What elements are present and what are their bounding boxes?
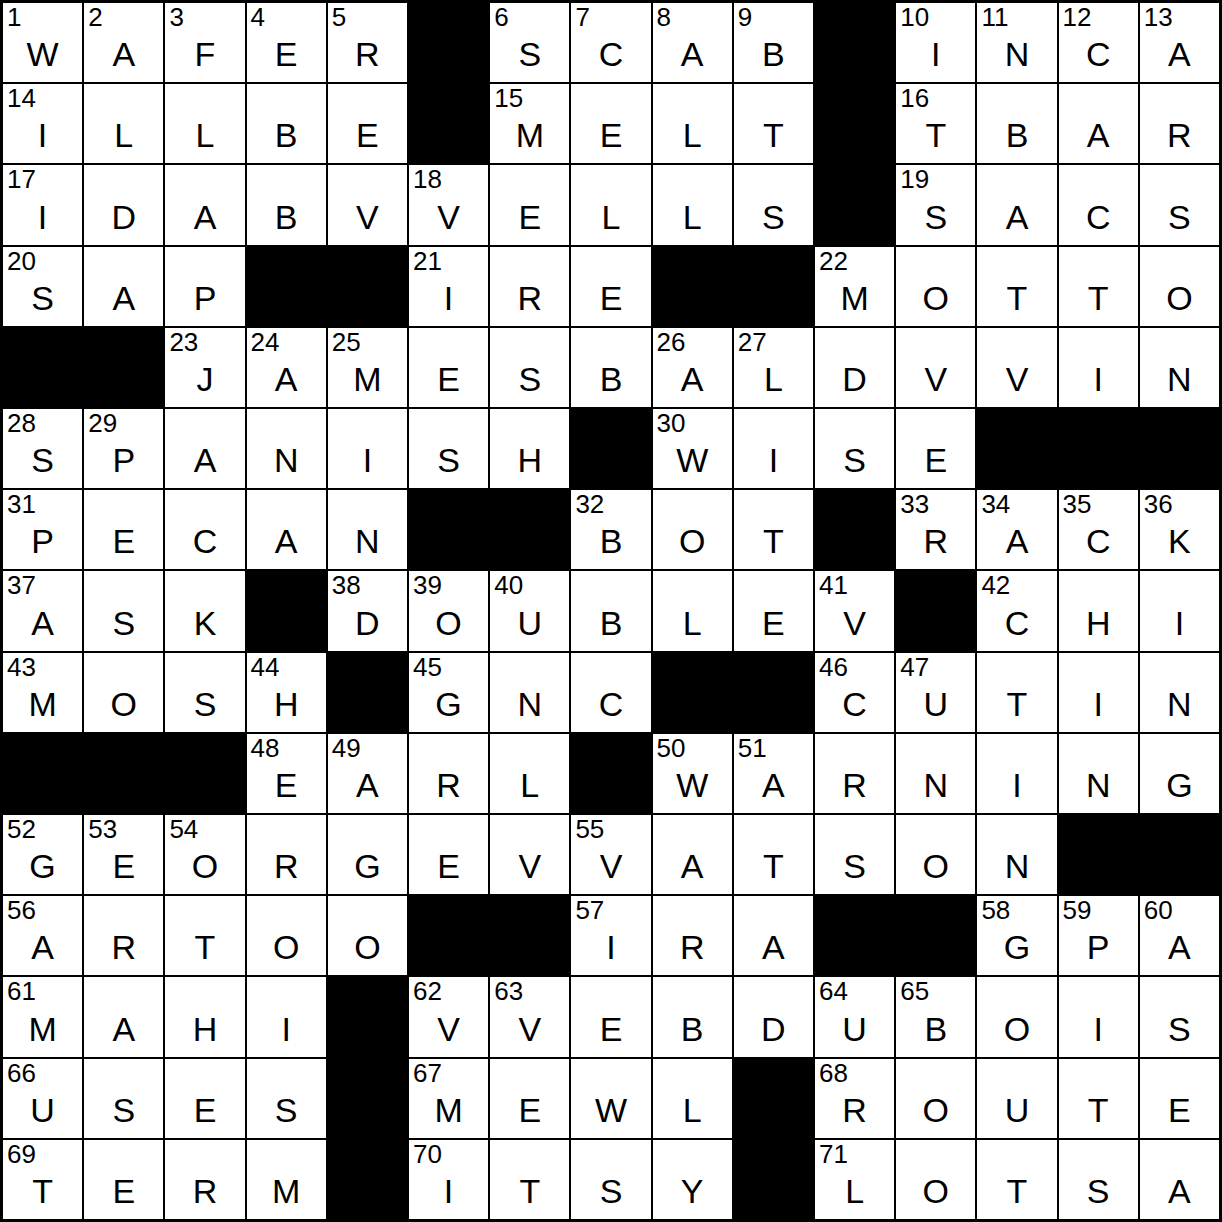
cell-letter: B [571, 606, 650, 640]
cell-letter: T [165, 930, 244, 964]
block-r13c5 [328, 977, 407, 1056]
cell-r6c4[interactable]: N [247, 409, 326, 488]
cell-r3c9[interactable]: L [653, 165, 732, 244]
cell-r6c10[interactable]: I [734, 409, 813, 488]
cell-r15c1[interactable]: 69T [3, 1140, 82, 1219]
cell-r13c11[interactable]: 64U [815, 977, 894, 1056]
cell-r5c3[interactable]: 23J [165, 328, 244, 407]
cell-r2c2[interactable]: L [84, 84, 163, 163]
cell-r13c6[interactable]: 62V [409, 977, 488, 1056]
cell-letter: R [490, 281, 569, 315]
clue-number: 60 [1144, 897, 1173, 923]
clue-number: 7 [575, 4, 589, 30]
cell-r15c4[interactable]: M [247, 1140, 326, 1219]
cell-letter: T [734, 849, 813, 883]
cell-r7c12[interactable]: 33R [896, 490, 975, 569]
cell-r9c4[interactable]: 44H [247, 653, 326, 732]
cell-letter: I [1059, 362, 1138, 396]
block-r12c6 [409, 896, 488, 975]
block-r4c4 [247, 247, 326, 326]
cell-r13c13[interactable]: O [977, 977, 1056, 1056]
cell-r15c3[interactable]: R [165, 1140, 244, 1219]
cell-r1c1[interactable]: 1W [3, 3, 82, 82]
cell-letter: O [165, 849, 244, 883]
cell-letter: V [815, 606, 894, 640]
cell-r7c4[interactable]: A [247, 490, 326, 569]
block-r12c7 [490, 896, 569, 975]
cell-r9c3[interactable]: S [165, 653, 244, 732]
clue-number: 42 [981, 572, 1010, 598]
cell-letter: A [1140, 930, 1219, 964]
cell-r9c14[interactable]: I [1059, 653, 1138, 732]
cell-letter: V [896, 362, 975, 396]
block-r6c15 [1140, 409, 1219, 488]
block-r9c9 [653, 653, 732, 732]
block-r4c9 [653, 247, 732, 326]
clue-number: 10 [900, 4, 929, 30]
cell-letter: N [896, 768, 975, 802]
cell-letter: C [977, 606, 1056, 640]
cell-r12c13[interactable]: 58G [977, 896, 1056, 975]
cell-r6c3[interactable]: A [165, 409, 244, 488]
cell-letter: T [977, 687, 1056, 721]
cell-r14c2[interactable]: S [84, 1059, 163, 1138]
cell-r15c12[interactable]: O [896, 1140, 975, 1219]
cell-r8c8[interactable]: B [571, 571, 650, 650]
cell-r14c14[interactable]: T [1059, 1059, 1138, 1138]
cell-r13c4[interactable]: I [247, 977, 326, 1056]
cell-r12c15[interactable]: 60A [1140, 896, 1219, 975]
cell-letter: J [165, 362, 244, 396]
cell-r1c10[interactable]: 9B [734, 3, 813, 82]
cell-letter: E [571, 281, 650, 315]
cell-r15c8[interactable]: S [571, 1140, 650, 1219]
clue-number: 14 [7, 85, 36, 111]
cell-letter: T [734, 118, 813, 152]
cell-letter: I [247, 1012, 326, 1046]
cell-letter: A [165, 443, 244, 477]
cell-letter: A [84, 37, 163, 71]
clue-number: 27 [738, 329, 767, 355]
cell-letter: P [1059, 930, 1138, 964]
cell-r1c3[interactable]: 3F [165, 3, 244, 82]
cell-r14c8[interactable]: W [571, 1059, 650, 1138]
cell-letter: L [653, 200, 732, 234]
cell-r12c4[interactable]: O [247, 896, 326, 975]
cell-r7c9[interactable]: O [653, 490, 732, 569]
block-r2c6 [409, 84, 488, 163]
cell-letter: T [3, 1174, 82, 1208]
cell-r4c2[interactable]: A [84, 247, 163, 326]
cell-r13c9[interactable]: B [653, 977, 732, 1056]
cell-r10c9[interactable]: 50W [653, 734, 732, 813]
cell-r1c7[interactable]: 6S [490, 3, 569, 82]
cell-letter: S [734, 200, 813, 234]
cell-r7c15[interactable]: 36K [1140, 490, 1219, 569]
cell-letter: V [328, 200, 407, 234]
cell-r8c11[interactable]: 41V [815, 571, 894, 650]
cell-letter: R [247, 849, 326, 883]
cell-r15c2[interactable]: E [84, 1140, 163, 1219]
cell-r2c5[interactable]: E [328, 84, 407, 163]
cell-letter: G [3, 849, 82, 883]
cell-r1c14[interactable]: 12C [1059, 3, 1138, 82]
cell-r1c4[interactable]: 4E [247, 3, 326, 82]
block-r7c11 [815, 490, 894, 569]
cell-r1c12[interactable]: 10I [896, 3, 975, 82]
clue-number: 54 [169, 816, 198, 842]
cell-letter: O [247, 930, 326, 964]
cell-r8c7[interactable]: 40U [490, 571, 569, 650]
cell-r2c4[interactable]: B [247, 84, 326, 163]
cell-r14c13[interactable]: U [977, 1059, 1056, 1138]
cell-letter: L [653, 606, 732, 640]
cell-r9c1[interactable]: 43M [3, 653, 82, 732]
cell-r9c7[interactable]: N [490, 653, 569, 732]
clue-number: 43 [7, 654, 36, 680]
cell-r10c12[interactable]: N [896, 734, 975, 813]
cell-letter: N [247, 443, 326, 477]
cell-r4c15[interactable]: O [1140, 247, 1219, 326]
cell-r10c14[interactable]: N [1059, 734, 1138, 813]
cell-r13c10[interactable]: D [734, 977, 813, 1056]
cell-r11c10[interactable]: T [734, 815, 813, 894]
cell-letter: C [815, 687, 894, 721]
cell-r4c13[interactable]: T [977, 247, 1056, 326]
clue-number: 36 [1144, 491, 1173, 517]
cell-r1c2[interactable]: 2A [84, 3, 163, 82]
cell-letter: V [409, 200, 488, 234]
cell-r7c10[interactable]: T [734, 490, 813, 569]
cell-r12c5[interactable]: O [328, 896, 407, 975]
cell-letter: N [1140, 687, 1219, 721]
cell-r11c7[interactable]: V [490, 815, 569, 894]
cell-r9c13[interactable]: T [977, 653, 1056, 732]
cell-r3c8[interactable]: L [571, 165, 650, 244]
cell-r14c7[interactable]: E [490, 1059, 569, 1138]
cell-r3c13[interactable]: A [977, 165, 1056, 244]
cell-r5c15[interactable]: N [1140, 328, 1219, 407]
cell-r3c12[interactable]: 19S [896, 165, 975, 244]
clue-number: 28 [7, 410, 36, 436]
cell-r11c1[interactable]: 52G [3, 815, 82, 894]
cell-r12c14[interactable]: 59P [1059, 896, 1138, 975]
cell-r3c14[interactable]: C [1059, 165, 1138, 244]
cell-r6c1[interactable]: 28S [3, 409, 82, 488]
cell-r13c2[interactable]: A [84, 977, 163, 1056]
cell-r9c6[interactable]: 45G [409, 653, 488, 732]
cell-r4c6[interactable]: 21I [409, 247, 488, 326]
cell-r5c8[interactable]: B [571, 328, 650, 407]
cell-r11c2[interactable]: 53E [84, 815, 163, 894]
cell-r7c8[interactable]: 32B [571, 490, 650, 569]
cell-r15c7[interactable]: T [490, 1140, 569, 1219]
cell-r11c11[interactable]: S [815, 815, 894, 894]
cell-letter: M [409, 1093, 488, 1127]
clue-number: 3 [169, 4, 183, 30]
cell-letter: S [84, 1093, 163, 1127]
cell-r5c6[interactable]: E [409, 328, 488, 407]
cell-r1c8[interactable]: 7C [571, 3, 650, 82]
clue-number: 71 [819, 1141, 848, 1167]
cell-r3c1[interactable]: 17I [3, 165, 82, 244]
cell-r10c15[interactable]: G [1140, 734, 1219, 813]
cell-letter: N [490, 687, 569, 721]
cell-r2c9[interactable]: L [653, 84, 732, 163]
cell-r8c3[interactable]: K [165, 571, 244, 650]
clue-number: 33 [900, 491, 929, 517]
cell-r11c8[interactable]: 55V [571, 815, 650, 894]
cell-letter: A [653, 37, 732, 71]
cell-r8c15[interactable]: I [1140, 571, 1219, 650]
cell-r4c12[interactable]: O [896, 247, 975, 326]
cell-r14c15[interactable]: E [1140, 1059, 1219, 1138]
cell-letter: B [247, 200, 326, 234]
cell-r14c12[interactable]: O [896, 1059, 975, 1138]
cell-r2c13[interactable]: B [977, 84, 1056, 163]
cell-r2c1[interactable]: 14I [3, 84, 82, 163]
cell-r12c1[interactable]: 56A [3, 896, 82, 975]
cell-r15c9[interactable]: Y [653, 1140, 732, 1219]
cell-r4c3[interactable]: P [165, 247, 244, 326]
cell-letter: R [896, 524, 975, 558]
cell-letter: A [734, 768, 813, 802]
cell-r14c3[interactable]: E [165, 1059, 244, 1138]
cell-r9c8[interactable]: C [571, 653, 650, 732]
cell-r1c9[interactable]: 8A [653, 3, 732, 82]
cell-r5c4[interactable]: 24A [247, 328, 326, 407]
cell-r15c13[interactable]: T [977, 1140, 1056, 1219]
cell-letter: S [896, 200, 975, 234]
cell-r4c7[interactable]: R [490, 247, 569, 326]
cell-r8c13[interactable]: 42C [977, 571, 1056, 650]
block-r10c2 [84, 734, 163, 813]
cell-r13c8[interactable]: E [571, 977, 650, 1056]
cell-r7c13[interactable]: 34A [977, 490, 1056, 569]
cell-letter: E [409, 849, 488, 883]
cell-r10c6[interactable]: R [409, 734, 488, 813]
cell-r2c14[interactable]: A [1059, 84, 1138, 163]
block-r14c10 [734, 1059, 813, 1138]
clue-number: 57 [575, 897, 604, 923]
clue-number: 70 [413, 1141, 442, 1167]
cell-r6c9[interactable]: 30W [653, 409, 732, 488]
cell-r15c6[interactable]: 70I [409, 1140, 488, 1219]
cell-r5c10[interactable]: 27L [734, 328, 813, 407]
cell-r2c15[interactable]: R [1140, 84, 1219, 163]
cell-r4c8[interactable]: E [571, 247, 650, 326]
clue-number: 39 [413, 572, 442, 598]
cell-r3c10[interactable]: S [734, 165, 813, 244]
cell-r2c10[interactable]: T [734, 84, 813, 163]
cell-r4c14[interactable]: T [1059, 247, 1138, 326]
cell-letter: U [977, 1093, 1056, 1127]
cell-r11c5[interactable]: G [328, 815, 407, 894]
cell-r13c7[interactable]: 63V [490, 977, 569, 1056]
cell-letter: M [3, 1012, 82, 1046]
cell-r8c2[interactable]: S [84, 571, 163, 650]
cell-r7c3[interactable]: C [165, 490, 244, 569]
cell-r6c6[interactable]: S [409, 409, 488, 488]
cell-r11c4[interactable]: R [247, 815, 326, 894]
cell-letter: L [734, 362, 813, 396]
clue-number: 32 [575, 491, 604, 517]
cell-r7c2[interactable]: E [84, 490, 163, 569]
cell-r10c4[interactable]: 48E [247, 734, 326, 813]
cell-r8c1[interactable]: 37A [3, 571, 82, 650]
cell-r2c8[interactable]: E [571, 84, 650, 163]
cell-r10c11[interactable]: R [815, 734, 894, 813]
cell-r13c1[interactable]: 61M [3, 977, 82, 1056]
cell-letter: V [409, 1012, 488, 1046]
cell-r12c10[interactable]: A [734, 896, 813, 975]
cell-r4c11[interactable]: 22M [815, 247, 894, 326]
cell-r6c12[interactable]: E [896, 409, 975, 488]
cell-r14c1[interactable]: 66U [3, 1059, 82, 1138]
cell-letter: C [1059, 200, 1138, 234]
cell-letter: C [1059, 524, 1138, 558]
cell-r6c2[interactable]: 29P [84, 409, 163, 488]
cell-letter: D [815, 362, 894, 396]
cell-r9c12[interactable]: 47U [896, 653, 975, 732]
cell-r3c5[interactable]: V [328, 165, 407, 244]
clue-number: 15 [494, 85, 523, 111]
cell-r2c12[interactable]: 16T [896, 84, 975, 163]
cell-r13c14[interactable]: I [1059, 977, 1138, 1056]
cell-r14c11[interactable]: 68R [815, 1059, 894, 1138]
cell-r3c4[interactable]: B [247, 165, 326, 244]
cell-r5c7[interactable]: S [490, 328, 569, 407]
cell-letter: E [571, 118, 650, 152]
block-r1c11 [815, 3, 894, 82]
cell-r10c5[interactable]: 49A [328, 734, 407, 813]
cell-r6c7[interactable]: H [490, 409, 569, 488]
cell-r3c7[interactable]: E [490, 165, 569, 244]
cell-r1c15[interactable]: 13A [1140, 3, 1219, 82]
cell-letter: A [653, 362, 732, 396]
cell-r15c14[interactable]: S [1059, 1140, 1138, 1219]
cell-r15c15[interactable]: A [1140, 1140, 1219, 1219]
clue-number: 37 [7, 572, 36, 598]
cell-r9c2[interactable]: O [84, 653, 163, 732]
cell-r12c2[interactable]: R [84, 896, 163, 975]
cell-r11c9[interactable]: A [653, 815, 732, 894]
cell-r8c9[interactable]: L [653, 571, 732, 650]
clue-number: 53 [88, 816, 117, 842]
block-r15c10 [734, 1140, 813, 1219]
cell-r5c9[interactable]: 26A [653, 328, 732, 407]
cell-r13c3[interactable]: H [165, 977, 244, 1056]
cell-r10c7[interactable]: L [490, 734, 569, 813]
block-r12c12 [896, 896, 975, 975]
cell-letter: D [734, 1012, 813, 1046]
cell-letter: F [165, 37, 244, 71]
clue-number: 13 [1144, 4, 1173, 30]
cell-letter: R [84, 930, 163, 964]
cell-letter: B [896, 1012, 975, 1046]
cell-letter: I [734, 443, 813, 477]
cell-letter: B [571, 524, 650, 558]
cell-r6c5[interactable]: I [328, 409, 407, 488]
cell-r8c10[interactable]: E [734, 571, 813, 650]
cell-letter: U [3, 1093, 82, 1127]
cell-letter: A [328, 768, 407, 802]
cell-r14c4[interactable]: S [247, 1059, 326, 1138]
cell-r12c8[interactable]: 57I [571, 896, 650, 975]
cell-r12c9[interactable]: R [653, 896, 732, 975]
cell-r11c12[interactable]: O [896, 815, 975, 894]
cell-r11c6[interactable]: E [409, 815, 488, 894]
cell-r11c3[interactable]: 54O [165, 815, 244, 894]
cell-r9c11[interactable]: 46C [815, 653, 894, 732]
clue-number: 21 [413, 248, 442, 274]
clue-number: 58 [981, 897, 1010, 923]
cell-r1c5[interactable]: 5R [328, 3, 407, 82]
clue-number: 20 [7, 248, 36, 274]
cell-letter: I [1059, 1012, 1138, 1046]
cell-r13c15[interactable]: S [1140, 977, 1219, 1056]
cell-r5c11[interactable]: D [815, 328, 894, 407]
cell-r4c1[interactable]: 20S [3, 247, 82, 326]
cell-letter: S [3, 281, 82, 315]
cell-r2c7[interactable]: 15M [490, 84, 569, 163]
cell-r5c14[interactable]: I [1059, 328, 1138, 407]
cell-letter: B [653, 1012, 732, 1046]
cell-r10c13[interactable]: I [977, 734, 1056, 813]
cell-r11c13[interactable]: N [977, 815, 1056, 894]
cell-r5c12[interactable]: V [896, 328, 975, 407]
cell-letter: D [328, 606, 407, 640]
block-r10c8 [571, 734, 650, 813]
cell-r8c6[interactable]: 39O [409, 571, 488, 650]
cell-r7c1[interactable]: 31P [3, 490, 82, 569]
cell-r5c13[interactable]: V [977, 328, 1056, 407]
cell-r10c10[interactable]: 51A [734, 734, 813, 813]
cell-r3c2[interactable]: D [84, 165, 163, 244]
clue-number: 1 [7, 4, 21, 30]
cell-r3c6[interactable]: 18V [409, 165, 488, 244]
cell-r7c5[interactable]: N [328, 490, 407, 569]
cell-letter: M [328, 362, 407, 396]
cell-letter: G [328, 849, 407, 883]
cell-r1c13[interactable]: 11N [977, 3, 1056, 82]
cell-r12c3[interactable]: T [165, 896, 244, 975]
cell-letter: S [165, 687, 244, 721]
cell-letter: O [1140, 281, 1219, 315]
cell-r14c6[interactable]: 67M [409, 1059, 488, 1138]
cell-r8c5[interactable]: 38D [328, 571, 407, 650]
cell-r14c9[interactable]: L [653, 1059, 732, 1138]
cell-letter: E [409, 362, 488, 396]
cell-letter: I [896, 37, 975, 71]
cell-r3c3[interactable]: A [165, 165, 244, 244]
block-r11c14 [1059, 815, 1138, 894]
cell-r13c12[interactable]: 65B [896, 977, 975, 1056]
cell-r6c11[interactable]: S [815, 409, 894, 488]
cell-r9c15[interactable]: N [1140, 653, 1219, 732]
block-r5c1 [3, 328, 82, 407]
cell-r7c14[interactable]: 35C [1059, 490, 1138, 569]
cell-letter: E [165, 1093, 244, 1127]
cell-r5c5[interactable]: 25M [328, 328, 407, 407]
cell-letter: T [1059, 1093, 1138, 1127]
cell-letter: N [1059, 768, 1138, 802]
clue-number: 49 [332, 735, 361, 761]
cell-r3c15[interactable]: S [1140, 165, 1219, 244]
cell-r2c3[interactable]: L [165, 84, 244, 163]
cell-r8c14[interactable]: H [1059, 571, 1138, 650]
cell-r15c11[interactable]: 71L [815, 1140, 894, 1219]
